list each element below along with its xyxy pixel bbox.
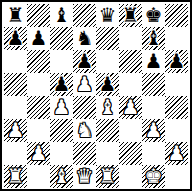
square-e1[interactable]: ♜ [96,165,119,188]
square-f4[interactable]: ♟ [119,96,142,119]
square-d7[interactable]: ♞ [73,27,96,50]
white-king-g1: ♚ [145,165,163,188]
square-a5[interactable] [4,73,27,96]
square-f6[interactable] [119,50,142,73]
square-c6[interactable] [50,50,73,73]
square-f8[interactable]: ♜ [119,4,142,27]
square-g4[interactable] [142,96,165,119]
square-d1[interactable]: ♛ [73,165,96,188]
square-g6[interactable]: ♟ [142,50,165,73]
black-pawn-a7: ♟ [7,27,25,50]
square-a3[interactable]: ♟ [4,119,27,142]
square-d8[interactable] [73,4,96,27]
square-d4[interactable] [73,96,96,119]
black-rook-a8: ♜ [7,4,25,27]
square-a8[interactable]: ♜ [4,4,27,27]
square-f2[interactable] [119,142,142,165]
black-knight-d7: ♞ [76,27,94,50]
diagram-frame: ♜♝♛♜♚♟♟♞♝♟♟♟♟♟♟♟♝♟♟♞♟♟♟♜♝♛♜♚ [0,0,192,191]
black-rook-f8: ♜ [122,4,140,27]
square-g8[interactable]: ♚ [142,4,165,27]
white-queen-d1: ♛ [76,165,94,188]
square-b8[interactable] [27,4,50,27]
black-bishop-g7: ♝ [145,27,163,50]
square-f3[interactable] [119,119,142,142]
square-h3[interactable] [165,119,188,142]
white-pawn-g3: ♟ [145,119,163,142]
square-b3[interactable] [27,119,50,142]
square-d6[interactable]: ♟ [73,50,96,73]
square-b2[interactable]: ♟ [27,142,50,165]
white-bishop-e4: ♝ [99,96,117,119]
square-h1[interactable] [165,165,188,188]
white-pawn-a3: ♟ [7,119,25,142]
square-d2[interactable] [73,142,96,165]
white-pawn-f4: ♟ [122,96,140,119]
square-d5[interactable]: ♟ [73,73,96,96]
black-pawn-d6: ♟ [76,50,94,73]
square-f7[interactable] [119,27,142,50]
white-pawn-c4: ♟ [53,96,71,119]
square-c4[interactable]: ♟ [50,96,73,119]
square-c2[interactable] [50,142,73,165]
square-f5[interactable] [119,73,142,96]
black-bishop-c8: ♝ [53,4,71,27]
square-f1[interactable] [119,165,142,188]
white-pawn-d5: ♟ [76,73,94,96]
square-e4[interactable]: ♝ [96,96,119,119]
square-c3[interactable] [50,119,73,142]
square-g3[interactable]: ♟ [142,119,165,142]
black-king-g8: ♚ [145,4,163,27]
square-e6[interactable] [96,50,119,73]
square-g2[interactable] [142,142,165,165]
black-pawn-b7: ♟ [30,27,48,50]
white-pawn-b2: ♟ [30,142,48,165]
square-b7[interactable]: ♟ [27,27,50,50]
square-a4[interactable] [4,96,27,119]
square-d3[interactable]: ♞ [73,119,96,142]
black-pawn-h6: ♟ [168,50,186,73]
black-queen-e8: ♛ [99,4,117,27]
chess-board: ♜♝♛♜♚♟♟♞♝♟♟♟♟♟♟♟♝♟♟♞♟♟♟♜♝♛♜♚ [4,4,188,188]
square-a7[interactable]: ♟ [4,27,27,50]
square-h4[interactable] [165,96,188,119]
square-c5[interactable]: ♟ [50,73,73,96]
black-pawn-e5: ♟ [99,73,117,96]
square-g5[interactable] [142,73,165,96]
white-knight-d3: ♞ [76,119,94,142]
white-pawn-h2: ♟ [168,142,186,165]
white-rook-e1: ♜ [99,165,117,188]
white-bishop-c1: ♝ [53,165,71,188]
square-h6[interactable]: ♟ [165,50,188,73]
square-c7[interactable] [50,27,73,50]
square-b1[interactable] [27,165,50,188]
square-g7[interactable]: ♝ [142,27,165,50]
square-a1[interactable]: ♜ [4,165,27,188]
square-e5[interactable]: ♟ [96,73,119,96]
black-pawn-c5: ♟ [53,73,71,96]
square-b4[interactable] [27,96,50,119]
square-c8[interactable]: ♝ [50,4,73,27]
square-h2[interactable]: ♟ [165,142,188,165]
square-e8[interactable]: ♛ [96,4,119,27]
square-e3[interactable] [96,119,119,142]
square-b5[interactable] [27,73,50,96]
square-b6[interactable] [27,50,50,73]
square-a6[interactable] [4,50,27,73]
square-c1[interactable]: ♝ [50,165,73,188]
square-e7[interactable] [96,27,119,50]
black-pawn-g6: ♟ [145,50,163,73]
square-h8[interactable] [165,4,188,27]
square-e2[interactable] [96,142,119,165]
square-a2[interactable] [4,142,27,165]
square-h5[interactable] [165,73,188,96]
white-rook-a1: ♜ [7,165,25,188]
square-g1[interactable]: ♚ [142,165,165,188]
square-h7[interactable] [165,27,188,50]
